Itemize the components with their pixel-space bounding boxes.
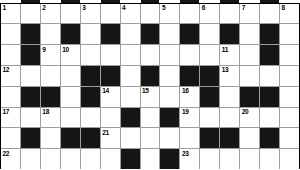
cell-r5c3-block [41, 87, 60, 107]
cell-r6c6[interactable] [101, 108, 120, 128]
clue-number: 22 [3, 150, 10, 157]
cell-r8c7-block [121, 149, 140, 169]
crossword-board: 1234567891011121314151617181920212223 [0, 0, 300, 169]
cell-r5c15[interactable] [280, 87, 299, 107]
clue-number: 21 [102, 129, 109, 136]
cell-r4c14[interactable] [260, 66, 279, 86]
cell-r8c15[interactable] [280, 149, 299, 169]
clue-number: 14 [102, 87, 109, 94]
cell-r8c4[interactable] [61, 149, 80, 169]
cell-r5c5-block [81, 87, 100, 107]
cell-r4c8-block [141, 66, 160, 86]
cell-r1c9[interactable]: 5 [160, 4, 179, 24]
cell-r1c13[interactable]: 7 [240, 4, 259, 24]
cell-r5c1[interactable] [1, 87, 20, 107]
cell-r6c5[interactable] [81, 108, 100, 128]
cell-r3c6[interactable] [101, 45, 120, 65]
cell-r3c1[interactable] [1, 45, 20, 65]
clue-number: 1 [3, 4, 6, 11]
cell-r5c2-block [21, 87, 40, 107]
cell-r4c1[interactable]: 12 [1, 66, 20, 86]
cell-r8c5[interactable] [81, 149, 100, 169]
cell-r3c13[interactable] [240, 45, 259, 65]
cell-r2c13[interactable] [240, 24, 259, 44]
clue-number: 8 [282, 4, 285, 11]
cell-r3c9[interactable] [160, 45, 179, 65]
cell-r7c12-block [220, 128, 239, 148]
cell-r2c3[interactable] [41, 24, 60, 44]
cell-r3c4[interactable]: 10 [61, 45, 80, 65]
clue-number: 16 [182, 87, 189, 94]
clue-number: 4 [122, 4, 125, 11]
cell-r1c1[interactable]: 1 [1, 4, 20, 24]
cell-r7c8[interactable] [141, 128, 160, 148]
cell-r6c15[interactable] [280, 108, 299, 128]
clue-number: 6 [202, 4, 205, 11]
cell-r1c12[interactable] [220, 4, 239, 24]
clue-number: 2 [42, 4, 45, 11]
cell-r7c4-block [61, 128, 80, 148]
cell-r3c3[interactable]: 9 [41, 45, 60, 65]
clue-number: 3 [82, 4, 85, 11]
clue-number: 5 [162, 4, 165, 11]
cell-r7c3[interactable] [41, 128, 60, 148]
cell-r3c8[interactable] [141, 45, 160, 65]
cell-r8c11[interactable] [200, 149, 219, 169]
cell-r2c4-block [61, 24, 80, 44]
cell-r1c2[interactable] [21, 4, 40, 24]
cell-r5c12[interactable] [220, 87, 239, 107]
cell-r4c11-block [200, 66, 219, 86]
cell-r8c3[interactable] [41, 149, 60, 169]
cell-r7c5-block [81, 128, 100, 148]
cell-r6c9-block [160, 108, 179, 128]
cell-r1c7[interactable]: 4 [121, 4, 140, 24]
cell-r6c2[interactable] [21, 108, 40, 128]
clue-number: 20 [242, 108, 249, 115]
cell-r3c5[interactable] [81, 45, 100, 65]
cell-r5c10[interactable]: 16 [180, 87, 199, 107]
cell-r7c1[interactable] [1, 128, 20, 148]
cell-r3c2-block [21, 45, 40, 65]
cell-r2c10-block [180, 24, 199, 44]
cell-r5c9[interactable] [160, 87, 179, 107]
cell-r4c13[interactable] [240, 66, 259, 86]
clue-number: 12 [3, 66, 10, 73]
cell-r2c1[interactable] [1, 24, 20, 44]
cell-r4c9[interactable] [160, 66, 179, 86]
cell-r4c6-block [101, 66, 120, 86]
cell-r7c11-block [200, 128, 219, 148]
cell-r5c11-block [200, 87, 219, 107]
cell-r1c3[interactable]: 2 [41, 4, 60, 24]
cell-r7c2-block [21, 128, 40, 148]
cell-r6c1[interactable]: 17 [1, 108, 20, 128]
cell-r7c9[interactable] [160, 128, 179, 148]
cell-r7c7[interactable] [121, 128, 140, 148]
cell-r8c2[interactable] [21, 149, 40, 169]
cell-r5c14-block [260, 87, 279, 107]
cell-r7c13[interactable] [240, 128, 259, 148]
cell-r3c15[interactable] [280, 45, 299, 65]
clue-number: 19 [182, 108, 189, 115]
cell-r7c15[interactable] [280, 128, 299, 148]
cell-r3c12[interactable]: 11 [220, 45, 239, 65]
cell-r6c10[interactable]: 19 [180, 108, 199, 128]
cell-r4c7[interactable] [121, 66, 140, 86]
cell-r6c14[interactable] [260, 108, 279, 128]
clue-number: 9 [42, 46, 45, 53]
cell-r1c14[interactable] [260, 4, 279, 24]
clue-number: 15 [142, 87, 149, 94]
crossword-grid: 1234567891011121314151617181920212223 [0, 3, 300, 170]
cell-r5c6[interactable]: 14 [101, 87, 120, 107]
cell-r1c10[interactable] [180, 4, 199, 24]
cell-r4c5-block [81, 66, 100, 86]
cell-r6c3[interactable]: 18 [41, 108, 60, 128]
cell-r2c9[interactable] [160, 24, 179, 44]
cell-r8c10[interactable]: 23 [180, 149, 199, 169]
cell-r2c15[interactable] [280, 24, 299, 44]
cell-r2c6-block [101, 24, 120, 44]
cell-r1c15[interactable]: 8 [280, 4, 299, 24]
clue-number: 11 [222, 46, 228, 53]
cell-r8c14[interactable] [260, 149, 279, 169]
cell-r2c7[interactable] [121, 24, 140, 44]
cell-r1c4[interactable] [61, 4, 80, 24]
cell-r8c13[interactable] [240, 149, 259, 169]
cell-r2c14-block [260, 24, 279, 44]
cell-r2c8-block [141, 24, 160, 44]
cell-r3c10[interactable] [180, 45, 199, 65]
cell-r6c4[interactable] [61, 108, 80, 128]
cell-r5c13-block [240, 87, 259, 107]
cell-r1c11[interactable]: 6 [200, 4, 219, 24]
cell-r6c12[interactable] [220, 108, 239, 128]
cell-r8c1[interactable]: 22 [1, 149, 20, 169]
cell-r6c8[interactable] [141, 108, 160, 128]
cell-r4c10-block [180, 66, 199, 86]
cell-r4c15[interactable] [280, 66, 299, 86]
cell-r1c5[interactable]: 3 [81, 4, 100, 24]
cell-r4c4[interactable] [61, 66, 80, 86]
clue-number: 7 [242, 4, 245, 11]
cell-r8c6[interactable] [101, 149, 120, 169]
cell-r4c12[interactable]: 13 [220, 66, 239, 86]
cell-r5c7[interactable] [121, 87, 140, 107]
cell-r5c4[interactable] [61, 87, 80, 107]
clue-number: 17 [3, 108, 10, 115]
cell-r6c13[interactable]: 20 [240, 108, 259, 128]
cell-r3c7[interactable] [121, 45, 140, 65]
cell-r8c12[interactable] [220, 149, 239, 169]
cell-r2c11[interactable] [200, 24, 219, 44]
cell-r7c6[interactable]: 21 [101, 128, 120, 148]
cell-r4c2[interactable] [21, 66, 40, 86]
cell-r5c8[interactable]: 15 [141, 87, 160, 107]
cell-r1c8[interactable] [141, 4, 160, 24]
cell-r7c14-block [260, 128, 279, 148]
cell-r6c7-block [121, 108, 140, 128]
clue-number: 10 [62, 46, 69, 53]
cell-r6c11[interactable] [200, 108, 219, 128]
cell-r2c5[interactable] [81, 24, 100, 44]
cell-r8c8[interactable] [141, 149, 160, 169]
cell-r3c11[interactable] [200, 45, 219, 65]
cell-r1c6[interactable] [101, 4, 120, 24]
cell-r2c2-block [21, 24, 40, 44]
cell-r3c14-block [260, 45, 279, 65]
cell-r8c9-block [160, 149, 179, 169]
clue-number: 18 [42, 108, 49, 115]
clue-number: 13 [222, 66, 229, 73]
cell-r2c12-block [220, 24, 239, 44]
cell-r4c3[interactable] [41, 66, 60, 86]
cell-r7c10[interactable] [180, 128, 199, 148]
clue-number: 23 [182, 150, 189, 157]
